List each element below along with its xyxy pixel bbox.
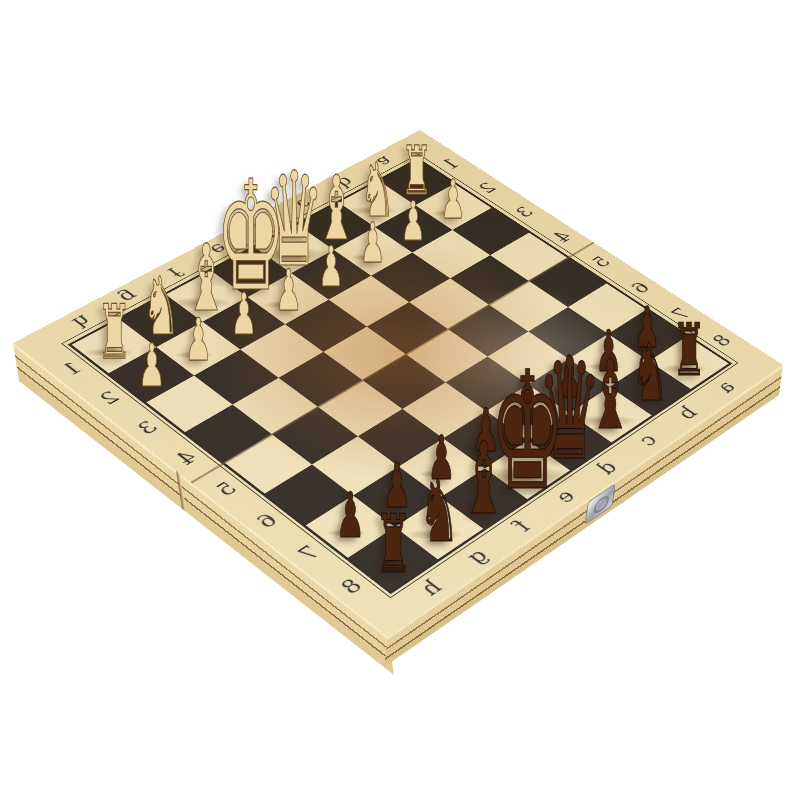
file-label-top-f: f [163,265,187,281]
file-label-bottom-c: c [633,430,662,450]
chess-set-photo: aabbccddeeffgghh1122334455667788 ♜♞♝♛♚♝♞… [0,0,800,800]
chessboard: aabbccddeeffgghh1122334455667788 [13,130,783,637]
file-label-bottom-h: h [415,576,448,600]
rank-label-right-6: 6 [251,509,283,532]
rank-label-right-1: 1 [57,359,87,379]
board-grid [72,160,729,591]
file-label-bottom-f: f [508,516,535,535]
rank-label-right-7: 7 [293,541,325,564]
rank-label-right-3: 3 [132,417,163,438]
rank-label-right-4: 4 [171,447,202,469]
rank-label-right-8: 8 [335,574,368,598]
file-label-bottom-e: e [550,485,581,506]
rank-label-right-2: 2 [94,387,124,408]
rank-label-right-5: 5 [211,478,242,500]
file-label-bottom-d: d [591,457,622,478]
file-label-bottom-a: a [711,377,740,396]
file-label-bottom-b: b [672,403,702,423]
clasp-hook [593,492,610,516]
file-label-bottom-g: g [461,545,493,568]
